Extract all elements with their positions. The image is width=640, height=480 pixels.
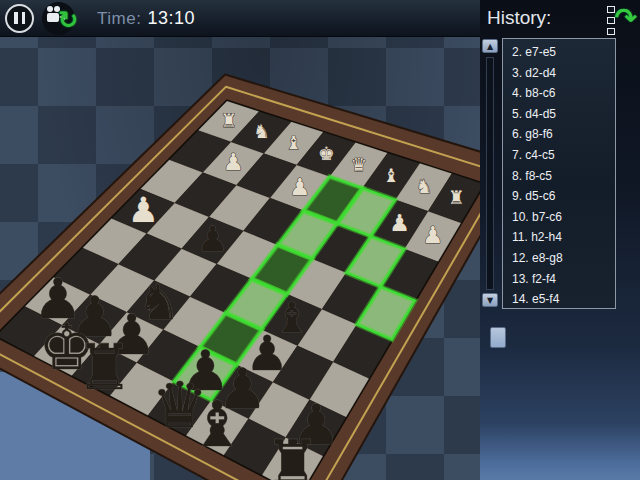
replay-arrow-icon: ↷ <box>614 4 637 31</box>
history-replay-button[interactable]: ↷ <box>600 2 637 38</box>
time-label: Time: <box>97 9 141 28</box>
scrollbar-thumb[interactable] <box>490 327 506 348</box>
pause-icon <box>14 12 25 24</box>
history-title: History: <box>487 7 551 29</box>
history-move[interactable]: 11. h2-h4 <box>512 227 615 248</box>
white-queen-d1[interactable]: ♛ <box>350 154 367 175</box>
black-pawn-f4[interactable]: ♟ <box>197 219 228 259</box>
white-pawn-b2[interactable]: ♟ <box>389 209 410 236</box>
app-window: ♜♞♝♚♟♛♝♞♟♜♟♟♟♟♟♞♟♝♟♚♟♜♟♟♛♝♟♜ ↻ Time:13:1… <box>0 0 640 480</box>
rotate-arrow-icon: ↻ <box>58 8 78 32</box>
black-bishop-c8[interactable]: ♝ <box>189 387 246 461</box>
history-move[interactable]: 3. d2-d4 <box>512 63 615 84</box>
white-pawn-g2[interactable]: ♟ <box>223 148 244 175</box>
white-bishop-c1[interactable]: ♝ <box>383 165 400 186</box>
history-move[interactable]: 12. e8-g8 <box>512 248 615 269</box>
scroll-down-icon: ▼ <box>487 296 493 305</box>
timer: Time:13:10 <box>97 8 195 29</box>
history-move[interactable]: 14. e5-f4 <box>512 289 615 309</box>
white-pawn-a2[interactable]: ♟ <box>423 221 444 248</box>
scroll-down-button[interactable]: ▼ <box>482 293 498 307</box>
scene-background: ♜♞♝♚♟♛♝♞♟♜♟♟♟♟♟♞♟♝♟♚♟♜♟♟♛♝♟♜ <box>0 0 480 480</box>
white-knight-b1[interactable]: ♞ <box>415 176 432 197</box>
history-move[interactable]: 8. f8-c5 <box>512 166 615 187</box>
scrollbar-track[interactable] <box>486 57 494 290</box>
white-rook-a1[interactable]: ♜ <box>448 187 465 208</box>
history-move[interactable]: 9. d5-c6 <box>512 186 615 207</box>
history-move[interactable]: 5. d4-d5 <box>512 104 615 125</box>
white-pawn-h4[interactable]: ♟ <box>128 190 159 230</box>
history-move[interactable]: 6. g8-f6 <box>512 124 615 145</box>
black-rook-f8[interactable]: ♜ <box>76 330 133 404</box>
camera-replay-button[interactable]: ↻ <box>42 2 75 35</box>
camera-icon <box>47 6 53 12</box>
white-king-e1[interactable]: ♚ <box>318 143 335 164</box>
pause-button[interactable] <box>5 4 34 33</box>
white-knight-g1[interactable]: ♞ <box>253 121 270 142</box>
board-3d[interactable]: ♜♞♝♚♟♛♝♞♟♜♟♟♟♟♟♞♟♝♟♚♟♜♟♟♛♝♟♜ <box>0 0 480 480</box>
white-rook-h1[interactable]: ♜ <box>220 110 237 131</box>
white-pawn-e2[interactable]: ♟ <box>290 173 311 200</box>
black-rook-a8[interactable]: ♜ <box>264 426 321 480</box>
white-bishop-f1[interactable]: ♝ <box>285 132 302 153</box>
history-move[interactable]: 13. f2-f4 <box>512 269 615 290</box>
history-move[interactable]: 10. b7-c6 <box>512 207 615 228</box>
top-bar: ↻ Time:13:10 <box>0 0 480 37</box>
scroll-up-button[interactable]: ▲ <box>482 39 498 53</box>
time-value: 13:10 <box>147 8 195 28</box>
history-move[interactable]: 7. c4-c5 <box>512 145 615 166</box>
history-move[interactable]: 4. b8-c6 <box>512 83 615 104</box>
history-panel: History: ↷ ▲ ▼ 2. e7-e53. d2-d44. b8-c65… <box>480 0 640 480</box>
scroll-up-icon: ▲ <box>487 42 493 51</box>
history-move-list[interactable]: 2. e7-e53. d2-d44. b8-c65. d4-d56. g8-f6… <box>502 38 616 309</box>
history-move[interactable]: 2. e7-e5 <box>512 42 615 63</box>
